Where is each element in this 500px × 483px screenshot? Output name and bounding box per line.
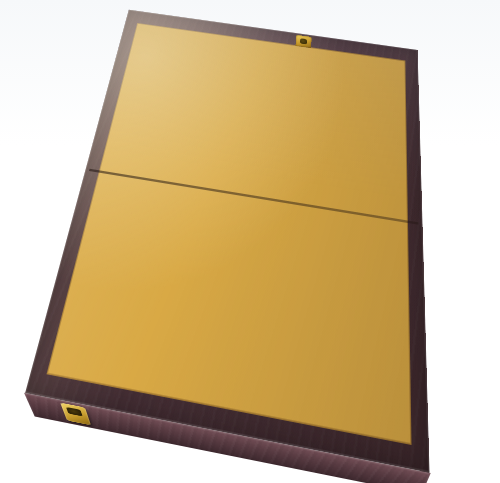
board-border-band <box>47 23 412 445</box>
board-top-face <box>25 10 429 473</box>
checkers-grid <box>57 30 403 432</box>
folding-checkers-box <box>25 10 429 473</box>
product-photo <box>0 0 500 483</box>
scene <box>40 0 460 483</box>
brass-clasp[interactable] <box>60 403 91 426</box>
brass-hinge <box>295 35 311 49</box>
